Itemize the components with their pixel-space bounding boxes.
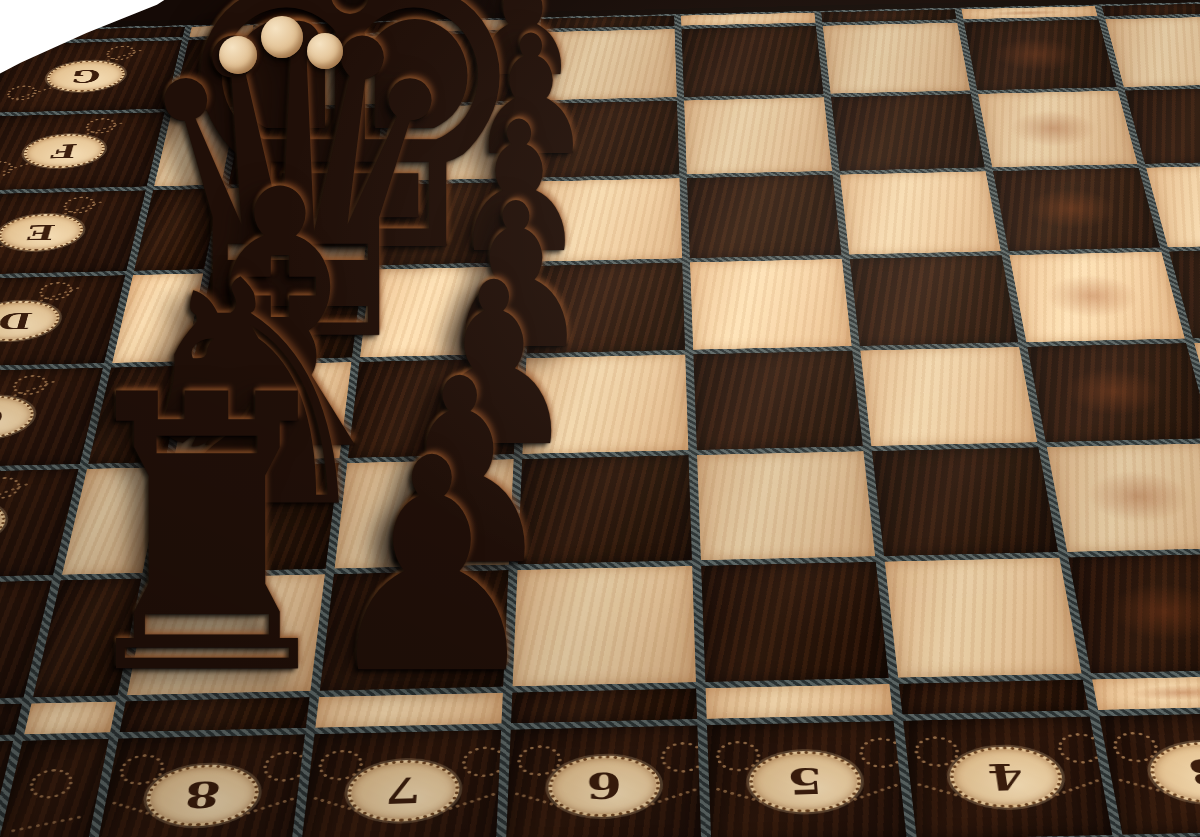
square-c7[interactable] (343, 356, 522, 461)
file-label-C: C (0, 395, 39, 441)
square-c6-face (522, 355, 688, 454)
square-b8[interactable] (146, 461, 343, 576)
square-g4[interactable] (819, 21, 974, 96)
square-e5-face (687, 175, 842, 258)
trim-col-F-face (154, 111, 236, 187)
rank-label-cell-5: 5 (702, 718, 912, 837)
square-b4[interactable] (867, 445, 1063, 559)
square-d7[interactable] (356, 264, 527, 360)
trim-row-5-face (706, 684, 893, 719)
chess-photo-stage: Overhead-angle photo of a carved wooden … (0, 0, 1200, 837)
square-b3-face (1047, 443, 1200, 552)
square-e8[interactable] (207, 183, 377, 271)
square-d5[interactable] (686, 257, 856, 352)
square-d4[interactable] (846, 253, 1023, 348)
trim-row-8-face (120, 697, 310, 732)
square-c4-face (860, 347, 1037, 446)
square-g6-face (537, 29, 676, 100)
rank-label-cell-6: 6 (501, 722, 707, 837)
square-h-sliver-8-face (258, 22, 393, 35)
square-b8-face (151, 463, 338, 572)
rank-label-cell-8-face: 8 (95, 734, 305, 837)
square-g8-face (244, 36, 392, 107)
scrollwork-curl-icon (858, 737, 906, 769)
square-e8-face (212, 185, 374, 269)
square-c8[interactable] (169, 360, 356, 465)
square-c7-face (348, 358, 518, 458)
trim-row-4-face (899, 680, 1089, 715)
trim-sliver-face (190, 25, 254, 36)
trim-row-5 (701, 681, 898, 722)
square-a6[interactable] (508, 563, 701, 689)
scrollwork-vine-icon (11, 815, 81, 832)
square-c5-face (693, 351, 862, 450)
square-a3-face (1068, 554, 1200, 674)
square-f6[interactable] (530, 99, 683, 180)
square-c5[interactable] (689, 348, 867, 452)
square-a7[interactable] (315, 567, 513, 694)
square-a8-face (127, 574, 325, 695)
rank-label-cell-8: 8 (89, 731, 310, 837)
trim-col-E-face (134, 189, 220, 271)
square-b4-face (872, 447, 1058, 556)
trim-corner-face (24, 702, 116, 735)
trim-col-D-face (112, 273, 203, 362)
scrollwork-curl-icon (1110, 731, 1161, 762)
square-a6-face (513, 566, 696, 686)
square-h-sliver-3-face (961, 6, 1097, 19)
scrollwork-curl-icon (461, 746, 501, 778)
square-g4-face (823, 23, 970, 94)
file-label-F: F (19, 133, 109, 168)
trim-row-4 (894, 676, 1094, 717)
file-label-B: B (0, 499, 11, 549)
square-b5-face (697, 451, 875, 560)
square-e7-face (371, 182, 526, 266)
scrollwork-curl-icon (26, 768, 75, 799)
scrollwork-curl-icon (261, 750, 305, 782)
square-a4-face (885, 558, 1082, 678)
square-e3[interactable] (989, 166, 1165, 253)
trim-corner (19, 698, 122, 737)
square-a4[interactable] (880, 555, 1087, 681)
trim-col-G-face (173, 39, 251, 109)
square-a5-face (701, 562, 889, 682)
file-label-cell-D-face: D (0, 275, 125, 367)
trim-row-8 (114, 694, 314, 735)
file-label-cell-F: F (0, 110, 169, 192)
rank-label-cell-6-face: 6 (506, 725, 702, 837)
square-a5[interactable] (697, 559, 894, 685)
square-f3[interactable] (974, 89, 1142, 169)
square-f5-face (684, 97, 832, 174)
square-a3[interactable] (1063, 551, 1200, 677)
square-c4[interactable] (856, 345, 1042, 449)
square-f7-face (381, 104, 530, 181)
square-d7-face (360, 266, 522, 357)
corner-trim-scroll-cell-face (0, 739, 109, 837)
square-f5[interactable] (680, 95, 836, 176)
file-label-cell-E-face: E (0, 190, 146, 275)
square-g5[interactable] (678, 24, 827, 99)
file-label-D: D (0, 300, 64, 342)
trim-row-6 (506, 685, 702, 726)
file-label-E: E (0, 213, 88, 251)
square-h-sliver-4-face (821, 9, 956, 22)
square-f8-face (229, 107, 383, 184)
rank-label-cell-7-face: 7 (300, 730, 501, 837)
trim-row-3-face (1092, 675, 1200, 710)
square-c3[interactable] (1023, 341, 1200, 445)
square-e4[interactable] (836, 169, 1005, 256)
trim-row-7 (310, 690, 508, 731)
file-label-cell-E: E (0, 188, 150, 277)
square-b6[interactable] (513, 453, 696, 568)
trim-row-3 (1087, 672, 1200, 713)
chess-board: GFEDCBA8765432 (0, 0, 1200, 837)
rank-label-cell-7: 7 (295, 727, 506, 837)
trim-row-7-face (315, 693, 503, 728)
rank-label-cell-4: 4 (898, 713, 1118, 837)
square-e3-face (993, 168, 1160, 251)
rank-label-cell-4-face: 4 (903, 717, 1112, 837)
rank-label-cell-3-face: 3 (1099, 712, 1200, 835)
square-b5[interactable] (693, 449, 880, 563)
square-f8[interactable] (224, 105, 386, 186)
square-e4-face (840, 171, 1001, 254)
square-e6[interactable] (527, 176, 687, 264)
square-b7-face (335, 459, 514, 568)
square-d6-face (527, 263, 685, 354)
rank-label-cell-5-face: 5 (707, 721, 907, 837)
square-a7-face (320, 570, 509, 691)
square-g3[interactable] (960, 18, 1121, 92)
square-a8[interactable] (122, 571, 330, 698)
square-f4[interactable] (827, 92, 989, 173)
square-c6[interactable] (518, 352, 693, 456)
square-d4-face (850, 255, 1019, 346)
square-b3[interactable] (1042, 441, 1200, 555)
square-h-sliver-7-face (399, 19, 534, 32)
square-d3-face (1009, 252, 1184, 342)
square-h-sliver-2-face (1102, 3, 1200, 16)
scrollwork-curl-icon (660, 741, 701, 773)
square-g5-face (681, 26, 823, 97)
square-f4-face (831, 94, 985, 171)
square-d6[interactable] (522, 260, 689, 356)
square-f3-face (978, 91, 1138, 168)
file-label-G: G (43, 60, 129, 93)
square-h-sliver-5-face (681, 13, 816, 26)
square-f7[interactable] (377, 102, 533, 183)
square-e7[interactable] (367, 180, 530, 268)
square-d8-face (193, 270, 362, 361)
square-g8[interactable] (240, 34, 396, 109)
file-label-cell-F-face: F (0, 112, 164, 190)
scrollwork-curl-icon (715, 740, 761, 772)
square-h-sliver-6-face (540, 16, 674, 29)
trim-col-C-face (88, 366, 184, 464)
square-e6-face (531, 178, 683, 261)
scrollwork-curl-icon (912, 736, 960, 767)
square-g6[interactable] (534, 27, 681, 102)
square-d5-face (690, 259, 852, 350)
square-d8[interactable] (189, 268, 367, 364)
square-g7[interactable] (387, 31, 537, 106)
square-d3[interactable] (1005, 249, 1189, 344)
square-g2-face (1105, 16, 1200, 87)
square-c8-face (173, 362, 351, 462)
square-c3-face (1027, 343, 1200, 442)
trim-row-6-face (511, 688, 697, 723)
square-g3-face (964, 19, 1117, 90)
square-f6-face (534, 101, 679, 178)
square-e5[interactable] (683, 173, 845, 261)
square-b6-face (518, 455, 692, 564)
square-b7[interactable] (330, 457, 518, 572)
square-g7-face (391, 32, 534, 103)
